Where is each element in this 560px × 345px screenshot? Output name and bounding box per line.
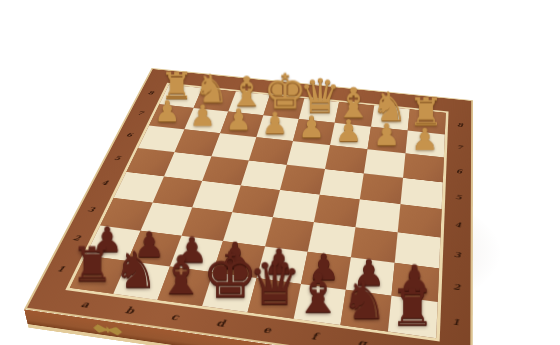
piece-light-pawn-e7[interactable]: ♟ <box>293 112 330 142</box>
square-h6[interactable] <box>403 153 444 182</box>
chess-board: ♜♞♝♚♛♝♞♜♟♟♟♟♟♟♟♟♟♟♟♟♟♟♟♟♜♞♝♚♛♝♞♜ abcdefg… <box>24 68 473 345</box>
square-f5[interactable] <box>320 169 364 199</box>
piece-light-pawn-h7[interactable]: ♟ <box>406 124 444 154</box>
square-g1[interactable]: ♞ <box>340 290 391 332</box>
piece-light-pawn-b7[interactable]: ♟ <box>184 101 221 130</box>
square-f7[interactable]: ♟ <box>330 123 371 149</box>
piece-dark-knight-g1[interactable]: ♞ <box>341 274 388 326</box>
rank-label-8: 8 <box>453 114 466 137</box>
piece-dark-king-d1[interactable]: ♚ <box>202 245 248 308</box>
square-f4[interactable] <box>314 195 360 228</box>
square-e6[interactable] <box>287 141 330 169</box>
piece-light-pawn-f7[interactable]: ♟ <box>330 116 368 146</box>
piece-light-pawn-d7[interactable]: ♟ <box>256 108 293 138</box>
square-h7[interactable]: ♟ <box>405 131 444 158</box>
square-g5[interactable] <box>360 173 403 204</box>
piece-light-pawn-g7[interactable]: ♟ <box>368 120 406 150</box>
square-d6[interactable] <box>249 137 293 165</box>
piece-dark-knight-b1[interactable]: ♞ <box>113 245 159 295</box>
piece-light-pawn-c7[interactable]: ♟ <box>220 104 257 134</box>
rank-label-7: 7 <box>453 135 467 160</box>
product-photo-scene: ♜♞♝♚♛♝♞♜♟♟♟♟♟♟♟♟♟♟♟♟♟♟♟♟♜♞♝♚♛♝♞♜ abcdefg… <box>0 0 560 345</box>
board-grid: ♜♞♝♚♛♝♞♜♟♟♟♟♟♟♟♟♟♟♟♟♟♟♟♟♜♞♝♚♛♝♞♜ <box>70 85 446 339</box>
piece-dark-rook-a1[interactable]: ♜ <box>70 241 115 289</box>
square-d5[interactable] <box>241 160 287 190</box>
rank-label-1: 1 <box>447 303 465 342</box>
board-playing-area: ♜♞♝♚♛♝♞♜♟♟♟♟♟♟♟♟♟♟♟♟♟♟♟♟♜♞♝♚♛♝♞♜ <box>65 83 448 342</box>
square-b6[interactable] <box>175 129 221 156</box>
piece-dark-bishop-f1[interactable]: ♝ <box>294 266 341 320</box>
square-g7[interactable]: ♟ <box>368 127 408 154</box>
piece-light-pawn-a7[interactable]: ♟ <box>149 97 186 126</box>
square-e5[interactable] <box>280 165 325 195</box>
square-d4[interactable] <box>232 185 280 217</box>
square-g4[interactable] <box>356 199 401 232</box>
piece-dark-bishop-c1[interactable]: ♝ <box>157 248 203 301</box>
brass-clasp-icon <box>92 324 123 337</box>
square-e4[interactable] <box>273 190 320 222</box>
piece-dark-rook-h1[interactable]: ♜ <box>388 283 436 333</box>
square-e7[interactable]: ♟ <box>293 119 335 145</box>
square-f1[interactable]: ♝ <box>294 284 346 325</box>
piece-dark-queen-e1[interactable]: ♛ <box>248 253 295 314</box>
square-h1[interactable]: ♜ <box>388 296 438 338</box>
